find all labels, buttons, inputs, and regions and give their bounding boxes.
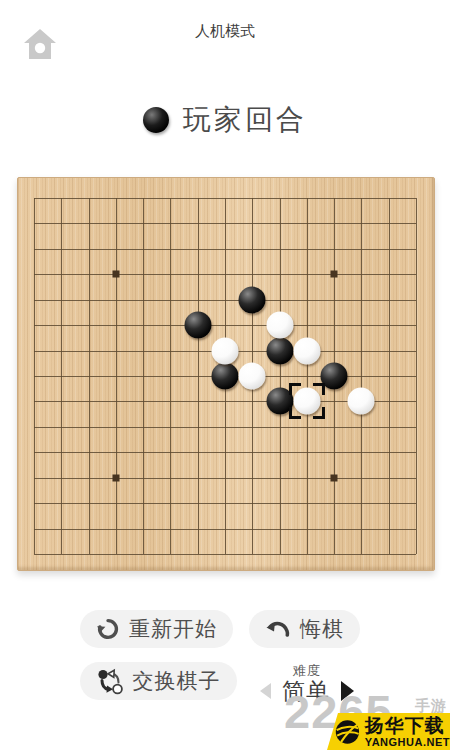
- page-title: 人机模式: [0, 22, 450, 41]
- undo-button[interactable]: 悔棋: [249, 610, 360, 648]
- marker-corner: [313, 383, 325, 395]
- grid-hline: [34, 554, 416, 555]
- grid-hline: [34, 478, 416, 479]
- badge-domain: YANGHUA.NET: [365, 737, 450, 748]
- grid-vline: [280, 198, 281, 554]
- last-move-marker: [289, 383, 325, 419]
- grid-hline: [34, 503, 416, 504]
- black-stone: [239, 286, 266, 313]
- swap-stones-icon: [97, 668, 124, 695]
- grid-vline: [389, 198, 390, 554]
- player-black-stone-icon: [143, 107, 169, 133]
- undo-arrow-icon: [265, 618, 291, 640]
- swap-stones-button[interactable]: 交换棋子: [80, 662, 237, 700]
- restart-button[interactable]: 重新开始: [80, 610, 233, 648]
- turn-status: 玩家回合: [0, 102, 450, 138]
- grid-vline: [307, 198, 308, 554]
- white-stone: [293, 337, 320, 364]
- star-point: [331, 474, 338, 481]
- marker-corner: [289, 383, 301, 395]
- download-badge: 扬华下载 YANGHUA.NET: [327, 713, 450, 750]
- gomoku-app-screen: { "app": { "title": "人机模式" }, "status": …: [0, 0, 450, 750]
- globe-logo-icon: [334, 717, 361, 747]
- undo-label: 悔棋: [300, 615, 344, 643]
- board-grid: [34, 198, 416, 554]
- chevron-left-icon[interactable]: [260, 683, 271, 699]
- turn-status-label: 玩家回合: [183, 101, 307, 139]
- grid-vline: [361, 198, 362, 554]
- black-stone: [266, 337, 293, 364]
- white-stone: [212, 337, 239, 364]
- star-point: [112, 474, 119, 481]
- white-stone: [266, 312, 293, 339]
- white-stone: [239, 363, 266, 390]
- marker-corner: [313, 407, 325, 419]
- marker-corner: [289, 407, 301, 419]
- star-point: [331, 271, 338, 278]
- star-point: [112, 271, 119, 278]
- top-bar: 人机模式: [0, 0, 450, 62]
- grid-hline: [34, 427, 416, 428]
- grid-hline: [34, 529, 416, 530]
- gomoku-board[interactable]: [17, 177, 435, 571]
- restart-label: 重新开始: [129, 615, 217, 643]
- white-stone: [348, 388, 375, 415]
- black-stone: [212, 363, 239, 390]
- badge-title: 扬华下载: [365, 716, 450, 735]
- black-stone: [184, 312, 211, 339]
- grid-vline: [416, 198, 417, 554]
- swap-label: 交换棋子: [133, 667, 221, 695]
- restart-refresh-icon: [96, 617, 120, 641]
- grid-hline: [34, 452, 416, 453]
